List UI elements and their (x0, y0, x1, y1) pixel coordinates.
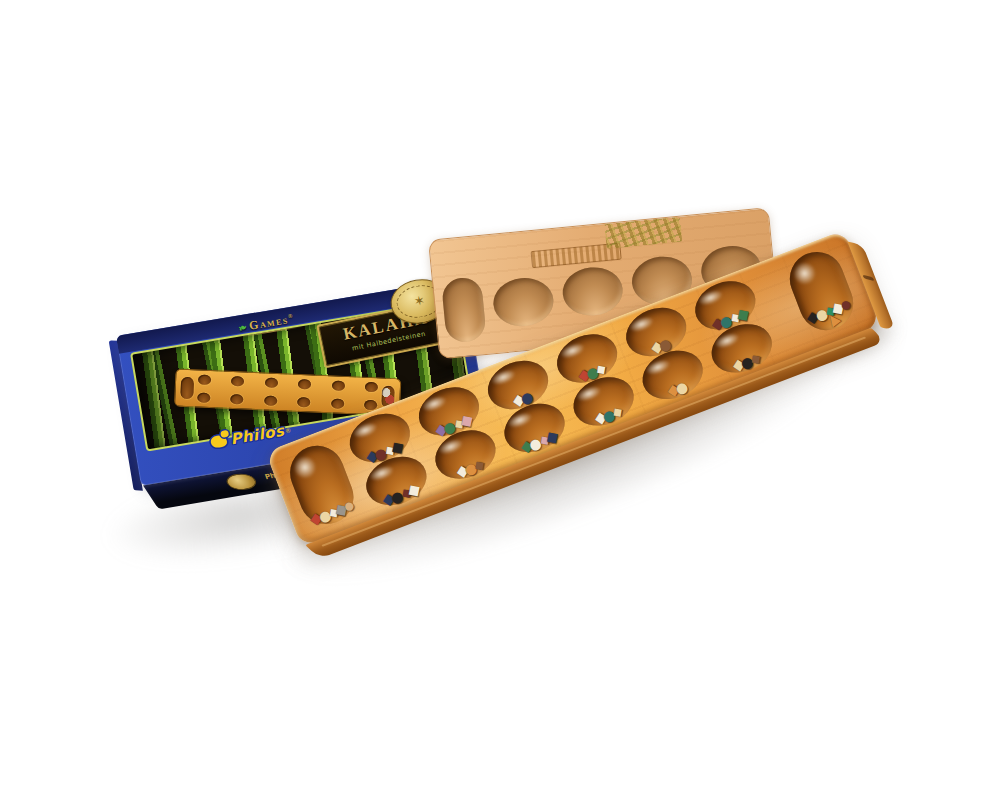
stone-black: ■ (391, 442, 404, 454)
product-photo-scene: ❧Games® KALAHA mit Halbedelsteinen ✶ Phi… (0, 0, 1000, 800)
stone-green: ■ (737, 309, 750, 321)
store-pit-right[interactable]: ■●◆■●▲ (782, 244, 861, 338)
store-pit-left[interactable]: ■●◆■● (282, 438, 361, 532)
mini-board-far-row (198, 375, 378, 393)
stone-cluster: ■●◆■● (291, 451, 355, 524)
back-board-empty-pit (491, 275, 555, 329)
stone-cluster: ■●◆■●▲ (791, 257, 855, 330)
stone-maroon: ● (840, 299, 852, 311)
stone-cream: ● (675, 382, 689, 394)
mini-board-store-left (180, 377, 194, 400)
registered-mark: ® (285, 426, 292, 434)
stone-pink: ■ (460, 415, 473, 427)
philos-bird-icon (210, 434, 228, 448)
back-board-empty-pit (561, 265, 625, 319)
stone-navy: ● (521, 392, 535, 404)
seal-emblem-icon: ✶ (413, 293, 426, 310)
box-photo-mini-board (174, 369, 401, 417)
back-board-store-pit (441, 276, 487, 344)
registered-mark: ® (287, 312, 294, 319)
stone-navy: ■ (546, 431, 559, 443)
stone-tan: ● (343, 500, 355, 512)
small-gold-seal (222, 472, 260, 492)
gold-bamboo-print (604, 217, 682, 249)
mini-board-near-row (197, 393, 377, 411)
stone-brown: ● (659, 339, 673, 351)
stone-white: ■ (408, 484, 421, 496)
